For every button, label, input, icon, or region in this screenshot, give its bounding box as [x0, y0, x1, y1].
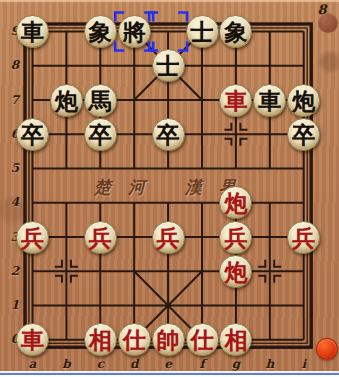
last-move-to-bracket [115, 13, 153, 51]
xiangqi-board[interactable]: 9876543210abcdefghi 楚河 漢界 車象將士象士炮馬車車炮卒卒卒… [0, 0, 339, 377]
red-turn-indicator-dot [316, 338, 338, 360]
last-move-highlight [0, 0, 339, 377]
last-move-from-bracket [149, 13, 187, 51]
window-bottom-edge [0, 371, 339, 377]
black-turn-indicator-dot [318, 13, 338, 33]
